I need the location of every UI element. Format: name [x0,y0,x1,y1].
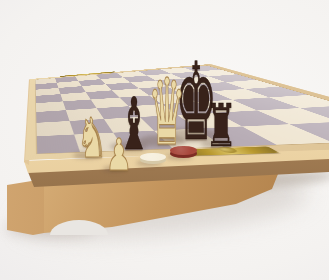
light-pawn: ♟ [106,133,133,177]
chess-set-photo: ♞♟♝♛♚♜ [0,0,329,280]
pieces-layer: ♞♟♝♛♚♜ [0,0,329,280]
white-checker [140,153,166,164]
white-checker-top [140,153,166,162]
light-knight: ♞ [77,111,108,166]
dark-rook: ♜ [205,96,237,155]
red-checker [170,146,197,158]
